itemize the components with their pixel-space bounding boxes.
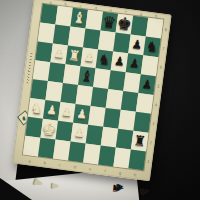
rank-label-1: 1 <box>144 152 152 172</box>
rank-label-4: 4 <box>152 95 160 115</box>
file-label-f: f <box>97 167 113 174</box>
rank-label-2: 2 <box>147 133 155 153</box>
black-pawn: ♟ <box>138 74 156 95</box>
file-label-b: b <box>37 159 53 166</box>
square-h1 <box>128 150 146 171</box>
file-label-a: a <box>22 157 38 164</box>
rank-label-5: 5 <box>154 76 162 96</box>
square-h6 <box>141 55 159 76</box>
square-h3 <box>133 112 151 133</box>
chess-board-squares: ♝♛♚♟♞♟♜♟♞♟♟♝♟♞♟♟♟♚♟♜ <box>23 4 163 171</box>
square-h8 <box>146 18 164 39</box>
file-label-g: g <box>112 169 128 176</box>
square-h5: ♟ <box>138 74 156 95</box>
brand-text <box>26 53 33 85</box>
rank-label-6: 6 <box>157 57 165 77</box>
black-rook: ♜ <box>131 131 149 152</box>
file-label-e: e <box>82 165 98 172</box>
rank-label-3: 3 <box>149 114 157 134</box>
square-h2: ♜ <box>131 131 149 152</box>
file-label-c: c <box>52 161 68 168</box>
square-h7: ♞ <box>143 37 161 58</box>
chess-board: abcdefgh abcdefgh 87654321 ♞ ♝♛♚♟♞♟♜♟♞♟♟… <box>12 0 171 181</box>
rank-label-7: 7 <box>159 39 167 59</box>
square-h4 <box>136 93 154 114</box>
black-knight: ♞ <box>143 37 161 58</box>
rank-label-8: 8 <box>162 20 170 40</box>
file-label-h: h <box>127 171 143 178</box>
knight-logo-icon: ♞ <box>21 114 27 121</box>
chess-photo: abcdefgh abcdefgh 87654321 ♞ ♝♛♚♟♞♟♜♟♞♟♟… <box>0 0 200 200</box>
file-label-d: d <box>67 163 83 170</box>
captured-black-pawn: ♟ <box>138 186 151 197</box>
